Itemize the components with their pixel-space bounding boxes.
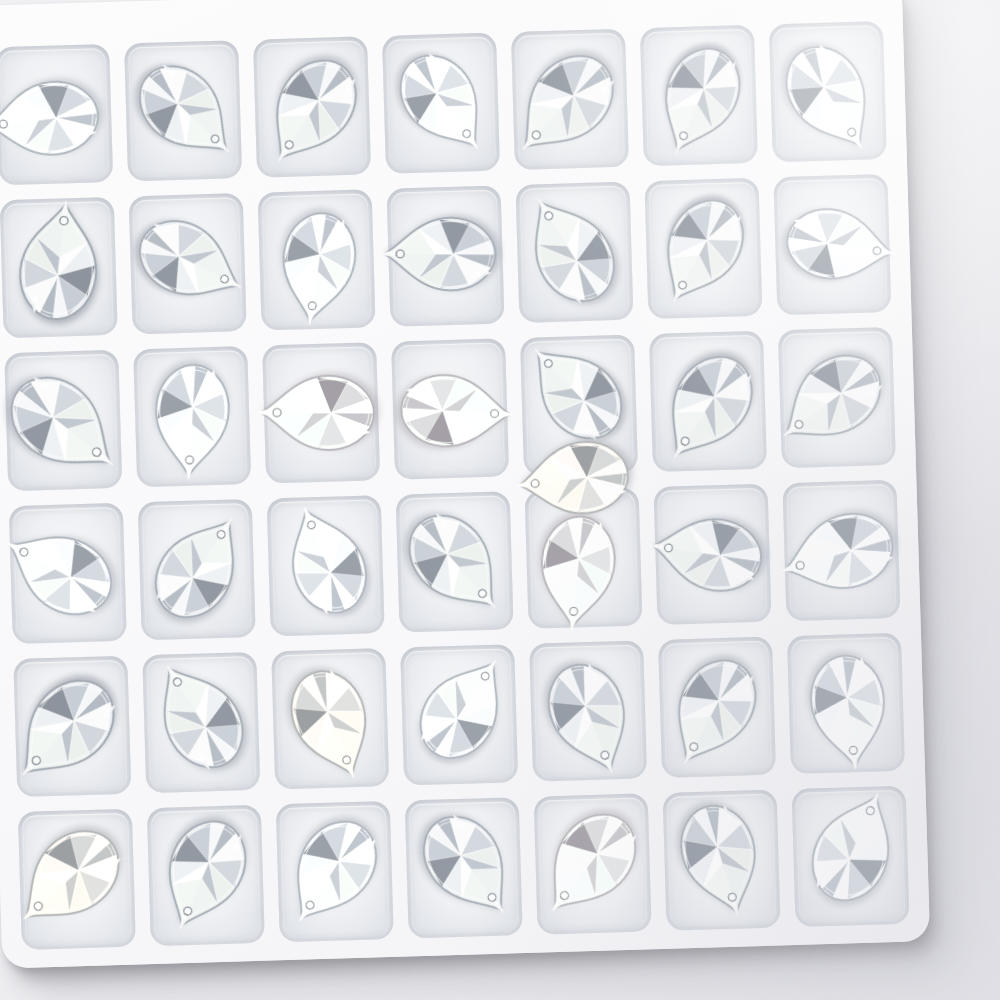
crystal-bead: [121, 491, 273, 651]
tray-cell: [534, 793, 652, 934]
crystal-bead: [261, 192, 376, 332]
tray-cell: [276, 801, 394, 942]
tray-cell: [4, 350, 122, 491]
crystal-bead: [366, 21, 516, 177]
tray-cell: [262, 342, 380, 483]
crystal-bead: [237, 25, 392, 189]
crystal-tray: [0, 0, 930, 969]
crystal-bead: [380, 204, 511, 305]
tray-cell: [511, 29, 629, 170]
crystal-bead: [373, 479, 533, 641]
tray-cell: [515, 182, 633, 323]
crystal-bead: [0, 499, 145, 649]
tray-cell: [382, 33, 500, 174]
crystal-bead: [261, 641, 399, 796]
crystal-bead: [138, 347, 245, 483]
crystal-bead: [767, 486, 920, 619]
tray-cell: [133, 346, 251, 487]
tray-cell: [658, 637, 776, 778]
tray-cell: [405, 797, 523, 938]
crystal-bead: [766, 189, 902, 301]
tray-cell: [391, 338, 509, 479]
crystal-bead: [384, 358, 517, 463]
crystal-bead: [134, 790, 277, 949]
tray-cell: [525, 487, 643, 628]
crystal-bead: [258, 787, 411, 949]
crystal-bead: [0, 62, 119, 176]
crystal-bead: [104, 30, 262, 187]
crystal-bead: [631, 18, 770, 172]
crystal-bead: [496, 173, 649, 336]
crystal-bead: [631, 168, 776, 325]
crystal-bead: [485, 18, 650, 184]
crystal-bead: [642, 497, 782, 612]
tray-cell: [387, 185, 505, 326]
crystal-bead: [518, 634, 659, 792]
tray-cell: [13, 656, 131, 797]
crystal-bead: [654, 778, 786, 930]
crystal-bead: [108, 189, 262, 330]
crystal-bead: [386, 634, 536, 793]
crystal-bead: [0, 642, 152, 810]
tray-cell: [773, 174, 891, 315]
tray-cell: [147, 805, 265, 946]
tray-cell: [396, 491, 514, 632]
photo-scene: [0, 0, 1000, 1000]
tray-cell: [0, 197, 118, 338]
tray-grid: [0, 21, 910, 950]
crystal-bead: [257, 361, 390, 464]
tray-cell: [18, 809, 136, 950]
crystal-bead: [0, 195, 118, 341]
crystal-bead: [125, 639, 278, 802]
tray-cell: [129, 193, 247, 334]
tray-cell: [400, 644, 518, 785]
crystal-bead: [0, 793, 156, 957]
tray-cell: [9, 503, 127, 644]
crystal-bead: [0, 339, 145, 506]
tray-cell: [271, 648, 389, 789]
tray-cell: [253, 36, 371, 177]
tray-cell: [124, 40, 242, 181]
crystal-bead: [781, 773, 924, 932]
tray-cell: [769, 21, 887, 162]
tray-cell: [0, 44, 113, 185]
tray-cell: [258, 189, 376, 330]
crystal-bead: [754, 319, 916, 475]
crystal-bead: [641, 627, 789, 787]
tray-cell: [663, 790, 781, 931]
tray-cell: [653, 484, 771, 625]
tray-cell: [787, 633, 905, 774]
tray-cell: [649, 331, 767, 472]
tray-cell: [142, 652, 260, 793]
crystal-bead-stacked: [510, 422, 648, 534]
tray-cell: [644, 178, 762, 319]
tray-cell: [138, 499, 256, 640]
crystal-bead: [259, 489, 396, 642]
tray-cell: [792, 786, 910, 927]
crystal-bead: [751, 12, 904, 175]
tray-cell: [782, 480, 900, 621]
tray-cell: [529, 640, 647, 781]
crystal-bead: [388, 781, 543, 942]
crystal-bead: [791, 635, 905, 776]
tray-cell: [640, 25, 758, 166]
tray-cell: [778, 327, 896, 468]
tray-cell: [267, 495, 385, 636]
crystal-bead: [513, 778, 672, 942]
